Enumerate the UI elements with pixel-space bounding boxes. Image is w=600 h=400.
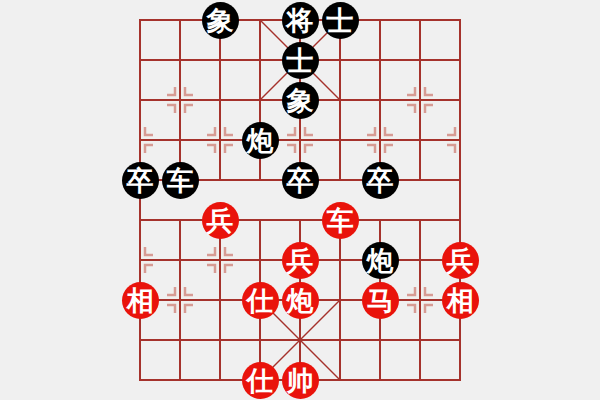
black-general[interactable]: 将 [282, 2, 319, 39]
black-cannon[interactable]: 炮 [362, 242, 399, 279]
red-advisor[interactable]: 仕 [242, 362, 279, 399]
red-elephant[interactable]: 相 [122, 282, 159, 319]
red-soldier[interactable]: 兵 [282, 242, 319, 279]
black-soldier[interactable]: 卒 [362, 162, 399, 199]
black-elephant[interactable]: 象 [202, 2, 239, 39]
xiangqi-board: 象将士士象炮卒车卒卒兵车兵炮兵相仕炮马相仕帅 [0, 0, 600, 400]
black-soldier[interactable]: 卒 [282, 162, 319, 199]
black-advisor[interactable]: 士 [282, 42, 319, 79]
black-soldier[interactable]: 卒 [122, 162, 159, 199]
red-chariot[interactable]: 车 [322, 202, 359, 239]
red-advisor[interactable]: 仕 [242, 282, 279, 319]
black-elephant[interactable]: 象 [282, 82, 319, 119]
red-general[interactable]: 帅 [282, 362, 319, 399]
black-chariot[interactable]: 车 [162, 162, 199, 199]
black-cannon[interactable]: 炮 [242, 122, 279, 159]
red-soldier[interactable]: 兵 [202, 202, 239, 239]
black-advisor[interactable]: 士 [322, 2, 359, 39]
red-soldier[interactable]: 兵 [442, 242, 479, 279]
red-cannon[interactable]: 炮 [282, 282, 319, 319]
pieces-layer: 象将士士象炮卒车卒卒兵车兵炮兵相仕炮马相仕帅 [0, 0, 600, 400]
red-elephant[interactable]: 相 [442, 282, 479, 319]
red-horse[interactable]: 马 [362, 282, 399, 319]
